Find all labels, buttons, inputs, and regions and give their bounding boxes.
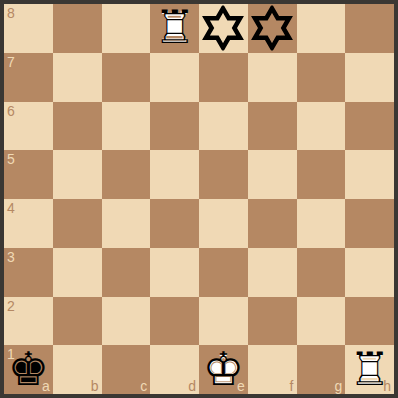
square-a6[interactable]: 6 [4,102,53,151]
square-b8[interactable] [53,4,102,53]
square-f2[interactable] [248,297,297,346]
square-h2[interactable] [345,297,394,346]
square-d4[interactable] [150,199,199,248]
file-label-f: f [290,379,294,393]
square-h4[interactable] [345,199,394,248]
rank-label-3: 3 [7,250,15,264]
rank-label-2: 2 [7,299,15,313]
square-d6[interactable] [150,102,199,151]
file-label-a: a [42,379,50,393]
square-e5[interactable] [199,150,248,199]
square-e7[interactable] [199,53,248,102]
square-a7[interactable]: 7 [4,53,53,102]
square-h6[interactable] [345,102,394,151]
white-rook-outline: ♖ [154,4,195,50]
square-f1[interactable]: f [248,345,297,394]
file-label-b: b [91,379,99,393]
square-h3[interactable] [345,248,394,297]
six-pointed-star-icon [201,6,246,51]
square-c6[interactable] [102,102,151,151]
square-d7[interactable] [150,53,199,102]
square-b6[interactable] [53,102,102,151]
square-g8[interactable] [297,4,346,53]
rank-label-7: 7 [7,55,15,69]
square-d8[interactable]: ♜♖ [150,4,199,53]
square-f3[interactable] [248,248,297,297]
square-a8[interactable]: 8 [4,4,53,53]
rank-label-4: 4 [7,201,15,215]
square-c4[interactable] [102,199,151,248]
file-label-h: h [383,379,391,393]
square-e1[interactable]: e♚♔ [199,345,248,394]
square-h8[interactable] [345,4,394,53]
square-c5[interactable] [102,150,151,199]
square-h1[interactable]: h♜♖ [345,345,394,394]
square-c2[interactable] [102,297,151,346]
rank-label-5: 5 [7,152,15,166]
file-label-d: d [188,379,196,393]
square-c1[interactable]: c [102,345,151,394]
square-a2[interactable]: 2 [4,297,53,346]
square-g4[interactable] [297,199,346,248]
square-e8[interactable] [199,4,248,53]
rank-label-1: 1 [7,347,15,361]
chess-board: 8♜♖7654321a♚bcde♚♔fgh♜♖ [0,0,398,398]
file-label-g: g [334,379,342,393]
square-a3[interactable]: 3 [4,248,53,297]
rank-label-8: 8 [7,6,15,20]
square-g5[interactable] [297,150,346,199]
square-f4[interactable] [248,199,297,248]
square-d1[interactable]: d [150,345,199,394]
square-f7[interactable] [248,53,297,102]
square-b3[interactable] [53,248,102,297]
square-f5[interactable] [248,150,297,199]
square-f6[interactable] [248,102,297,151]
square-b2[interactable] [53,297,102,346]
square-b5[interactable] [53,150,102,199]
file-label-c: c [140,379,147,393]
square-c3[interactable] [102,248,151,297]
square-d5[interactable] [150,150,199,199]
square-h5[interactable] [345,150,394,199]
square-a5[interactable]: 5 [4,150,53,199]
file-label-e: e [237,379,245,393]
square-c8[interactable] [102,4,151,53]
square-f8[interactable] [248,4,297,53]
square-e4[interactable] [199,199,248,248]
square-g7[interactable] [297,53,346,102]
square-b7[interactable] [53,53,102,102]
square-b1[interactable]: b [53,345,102,394]
square-a1[interactable]: 1a♚ [4,345,53,394]
square-d2[interactable] [150,297,199,346]
square-c7[interactable] [102,53,151,102]
square-g1[interactable]: g [297,345,346,394]
square-g2[interactable] [297,297,346,346]
square-e2[interactable] [199,297,248,346]
white-rook[interactable]: ♜♖ [150,4,199,53]
square-g6[interactable] [297,102,346,151]
six-pointed-star-icon [250,6,295,51]
square-h7[interactable] [345,53,394,102]
square-e3[interactable] [199,248,248,297]
square-g3[interactable] [297,248,346,297]
square-a4[interactable]: 4 [4,199,53,248]
rank-label-6: 6 [7,104,15,118]
chess-board-grid: 8♜♖7654321a♚bcde♚♔fgh♜♖ [4,4,394,394]
square-d3[interactable] [150,248,199,297]
square-e6[interactable] [199,102,248,151]
square-b4[interactable] [53,199,102,248]
